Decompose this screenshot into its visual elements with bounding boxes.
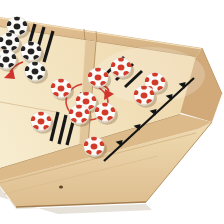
wood-knot bbox=[59, 186, 63, 189]
product-photo-scene bbox=[0, 0, 224, 224]
sling-puck-board bbox=[0, 0, 224, 224]
